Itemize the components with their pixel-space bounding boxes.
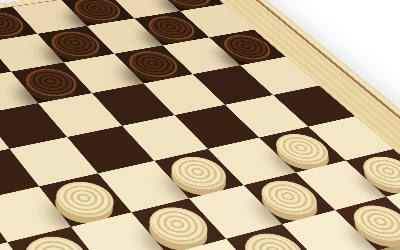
board-frame <box>0 0 400 250</box>
scene <box>0 0 400 250</box>
board-grid <box>0 0 400 250</box>
